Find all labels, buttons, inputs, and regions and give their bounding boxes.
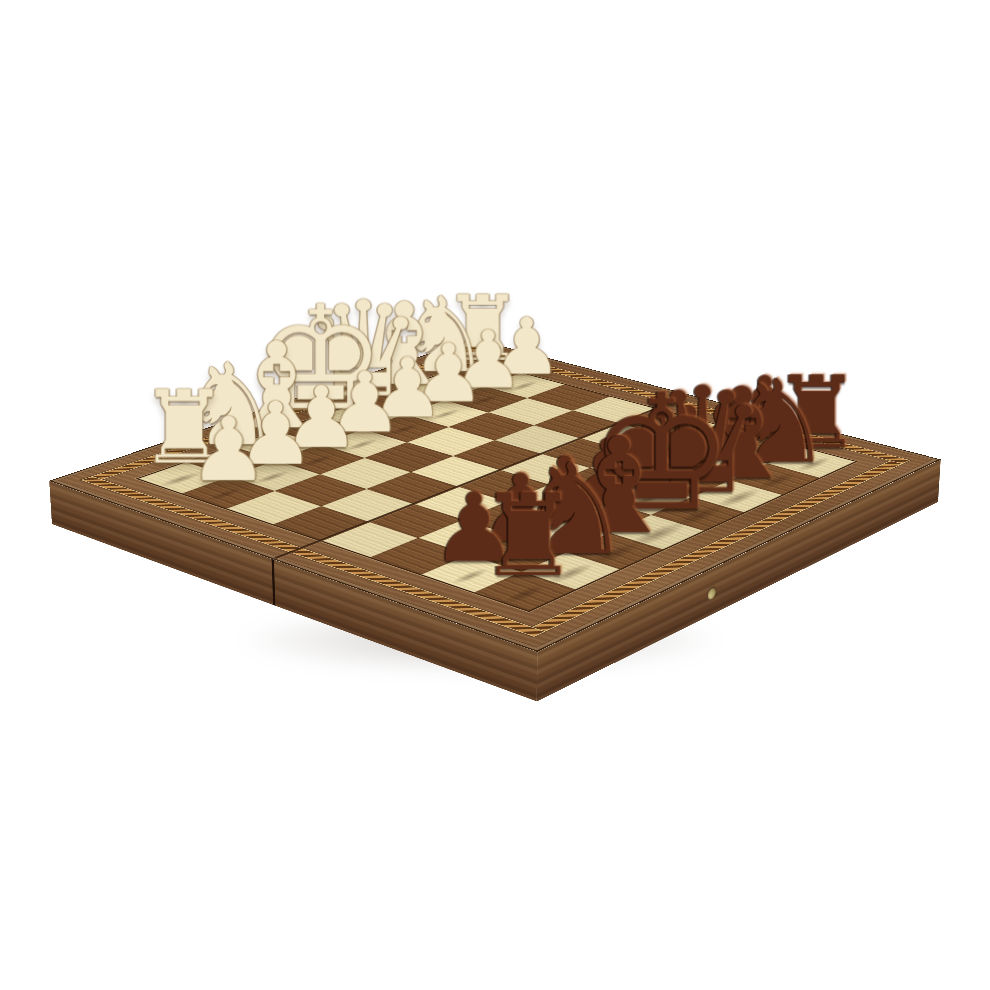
black-rook-glyph: ♜ <box>432 480 624 593</box>
product-photo: ♜♞♝♛♚♝♞♜♟♟♟♟♟♟♟♟♟♟♟♟♟♟♟♟♜♞♝♛♚♝♞♜ <box>0 0 990 990</box>
latch-clasp-icon <box>708 587 716 601</box>
white-pawn-glyph: ♟ <box>142 405 316 493</box>
scene-3d: ♜♞♝♛♚♝♞♜♟♟♟♟♟♟♟♟♟♟♟♟♟♟♟♟♜♞♝♛♚♝♞♜ <box>184 154 816 786</box>
box-side-fold-seam <box>272 559 276 606</box>
